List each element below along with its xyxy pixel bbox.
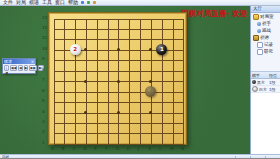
row-label: 4 [42, 110, 45, 114]
col-label: E [94, 147, 97, 151]
room-tree: 对局室棋手观战棋谱记录研究 [251, 13, 280, 55]
toolbar-icon[interactable] [87, 1, 90, 4]
col-label: B [62, 147, 65, 151]
tree-item[interactable]: 研究 [251, 48, 280, 55]
players-header-row: 棋手段位 [251, 72, 280, 79]
room-header[interactable]: 大厅 [251, 6, 280, 13]
toolbar-icon[interactable] [81, 1, 84, 4]
player-name: 黑方 [257, 80, 265, 85]
status-text: 就绪 [0, 155, 235, 158]
tree-item-label: 记录 [264, 42, 273, 47]
col-label: F [105, 147, 107, 151]
go-board[interactable]: 12 [48, 12, 187, 145]
nav-window-title: 棋谱 [4, 59, 12, 64]
stone-white-2[interactable]: 2 [70, 44, 81, 55]
row-label: 12 [42, 26, 47, 30]
tree-item-label: 对局室 [260, 14, 274, 19]
grid-line [54, 123, 185, 124]
players-header: 棋手 [251, 73, 269, 78]
folder-icon [253, 14, 259, 20]
grid-line [162, 19, 163, 145]
grid-line [140, 19, 141, 145]
player-rank: 1段 [269, 87, 280, 92]
players-header: 段位 [269, 73, 280, 78]
players-table: 棋手段位黑方1段白方1段 [251, 71, 280, 93]
row-label: 2 [42, 130, 45, 134]
player-name: 白方 [259, 87, 267, 92]
row-label: 13 [42, 16, 47, 20]
doc-icon [257, 42, 263, 48]
grid-line [129, 19, 130, 145]
star-point [117, 48, 120, 51]
stone-black-1[interactable]: 1 [156, 44, 167, 55]
nav-button[interactable]: |◀ [4, 65, 9, 71]
col-label: N [181, 147, 184, 151]
player-row[interactable]: 白方1段 [251, 86, 280, 93]
col-label: M [170, 147, 173, 151]
close-icon[interactable]: × [31, 60, 34, 64]
row-label: 3 [42, 120, 45, 124]
tree-item-label: 观战 [262, 28, 271, 33]
col-label: J [138, 147, 139, 151]
row-label: 7 [42, 78, 45, 82]
tree-item-label: 棋谱 [260, 35, 269, 40]
row-label: 8 [42, 68, 45, 72]
toolbar-icon[interactable] [93, 1, 96, 4]
status-cell [265, 156, 280, 159]
col-label: D [83, 147, 86, 151]
status-cell [250, 156, 265, 159]
app-window: 文件对局棋谱工具窗口帮助 围棋对局直播- 欢迎 12 棋谱 × |◀◀◀◀▶▶▶… [0, 0, 280, 158]
white-stone-icon [252, 86, 258, 92]
navigation-window[interactable]: 棋谱 × |◀◀◀◀▶▶▶▶| [2, 58, 36, 74]
grid-line [54, 133, 185, 134]
menu-item[interactable]: 帮助 [68, 0, 78, 5]
menu-item[interactable]: 工具 [42, 0, 52, 5]
nav-button[interactable]: ◀ [18, 65, 23, 71]
nav-button[interactable]: ▶ [24, 65, 29, 71]
tree-item[interactable]: 棋谱 [251, 34, 280, 41]
tree-item[interactable]: 记录 [251, 41, 280, 48]
menu-item[interactable]: 文件 [3, 0, 13, 5]
col-label: L [159, 147, 161, 151]
row-label: 11 [42, 36, 47, 40]
status-cell [235, 156, 250, 159]
tree-item[interactable]: 对局室 [251, 13, 280, 20]
row-label: 9 [42, 57, 45, 61]
tree-item-label: 棋手 [262, 21, 271, 26]
col-label: A [51, 147, 54, 151]
status-bar: 就绪 [0, 154, 280, 158]
doc-icon [257, 49, 263, 55]
stone-ghost[interactable] [145, 86, 156, 97]
grid-line [54, 144, 185, 145]
nav-button[interactable]: ◀◀ [10, 65, 17, 71]
menu-item[interactable]: 对局 [16, 0, 26, 5]
sidebar-fill [251, 93, 280, 154]
player-rank: 1段 [269, 80, 280, 85]
star-point [117, 111, 120, 114]
menu-item[interactable]: 棋谱 [29, 0, 39, 5]
row-label: 1 [42, 141, 45, 145]
nav-button[interactable]: ▶▶ [29, 65, 36, 71]
col-label: K [148, 147, 151, 151]
player-row[interactable]: 黑方1段 [251, 79, 280, 86]
tree-item[interactable]: 观战 [251, 27, 280, 34]
star-point [117, 80, 120, 83]
row-label: 10 [42, 47, 47, 51]
tree-item[interactable]: 棋手 [251, 20, 280, 27]
announcement-text: 围棋对局直播- 欢迎 [181, 10, 247, 18]
grid-line [173, 19, 174, 145]
grid-line [54, 102, 185, 103]
row-label: 5 [42, 99, 45, 103]
grid-line [54, 92, 185, 93]
col-label: G [116, 147, 119, 151]
tree-item-label: 研究 [264, 49, 273, 54]
row-label: 6 [42, 89, 45, 93]
menu-item[interactable]: 窗口 [55, 0, 65, 5]
col-label: H [127, 147, 130, 151]
nav-buttons: |◀◀◀◀▶▶▶▶| [3, 64, 35, 72]
board-icon [253, 35, 259, 41]
black-stone-icon [252, 80, 256, 84]
grid-line [183, 19, 184, 145]
col-label: C [73, 147, 76, 151]
user-icon [257, 29, 261, 33]
user-icon [257, 22, 261, 26]
game-area: 围棋对局直播- 欢迎 12 棋谱 × |◀◀◀◀▶▶▶▶| 1312111098… [0, 6, 250, 154]
sidebar: 大厅 对局室棋手观战棋谱记录研究 棋手段位黑方1段白方1段 [250, 6, 280, 154]
